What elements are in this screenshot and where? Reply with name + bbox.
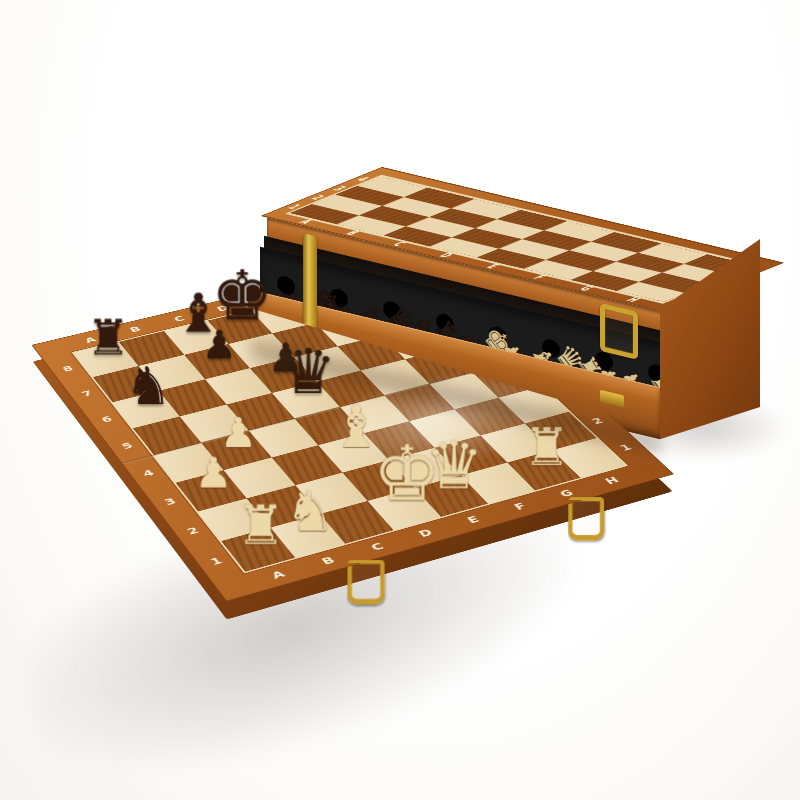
product-photo-stage: ABCDEFGH11223344 ♟♚♟♝♛♞♜♟♚♟♝♛♜♟♟♜ AABBCC… (0, 0, 800, 800)
brass-clasp-right (600, 303, 638, 360)
black-pawn-c7: ♟ (202, 325, 237, 364)
white-pawn-b4: ♟ (220, 412, 257, 453)
black-queen-d5: ♛ (281, 341, 336, 403)
white-king-d1: ♚ (373, 435, 442, 512)
white-pawn-a3: ♟ (195, 452, 233, 494)
brass-hook-left (347, 560, 384, 605)
brass-hook-right (568, 497, 604, 540)
white-rook-a1: ♜ (236, 498, 285, 552)
white-knight-b1: ♞ (285, 483, 335, 539)
black-knight-a6: ♞ (125, 360, 172, 412)
white-rook-g1: ♜ (523, 421, 570, 473)
black-rook-a8: ♜ (87, 313, 131, 362)
